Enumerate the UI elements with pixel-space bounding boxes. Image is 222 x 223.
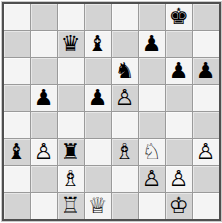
square-h6[interactable]: ♟ (193, 58, 219, 84)
square-a1[interactable] (4, 193, 30, 219)
square-d7[interactable]: ♝ (85, 31, 111, 57)
white-pawn: ♙ (169, 166, 189, 192)
square-g3[interactable] (166, 139, 192, 165)
square-d8[interactable] (85, 4, 111, 30)
white-pawn: ♙ (115, 85, 135, 111)
black-pawn: ♟ (34, 85, 54, 111)
chess-board: ♚♛♝♟♞♟♟♟♟♙♝♙♜♗♘♙♗♙♙♖♕♔ (4, 4, 219, 219)
square-f5[interactable] (139, 85, 165, 111)
square-c3[interactable]: ♜ (58, 139, 84, 165)
square-e8[interactable] (112, 4, 138, 30)
square-h1[interactable] (193, 193, 219, 219)
square-e6[interactable]: ♞ (112, 58, 138, 84)
square-g1[interactable]: ♔ (166, 193, 192, 219)
square-g4[interactable] (166, 112, 192, 138)
square-b6[interactable] (31, 58, 57, 84)
square-c5[interactable] (58, 85, 84, 111)
square-f4[interactable] (139, 112, 165, 138)
square-f6[interactable] (139, 58, 165, 84)
black-pawn: ♟ (196, 58, 216, 84)
black-bishop: ♝ (7, 139, 27, 165)
black-knight: ♞ (115, 58, 135, 84)
white-rook: ♖ (61, 193, 81, 219)
square-a7[interactable] (4, 31, 30, 57)
white-king: ♔ (169, 193, 189, 219)
square-e3[interactable]: ♗ (112, 139, 138, 165)
square-b4[interactable] (31, 112, 57, 138)
square-h7[interactable] (193, 31, 219, 57)
square-g2[interactable]: ♙ (166, 166, 192, 192)
square-b8[interactable] (31, 4, 57, 30)
white-pawn: ♙ (142, 166, 162, 192)
square-f8[interactable] (139, 4, 165, 30)
square-a6[interactable] (4, 58, 30, 84)
square-a3[interactable]: ♝ (4, 139, 30, 165)
square-b1[interactable] (31, 193, 57, 219)
square-a2[interactable] (4, 166, 30, 192)
square-f1[interactable] (139, 193, 165, 219)
square-e1[interactable] (112, 193, 138, 219)
square-f3[interactable]: ♘ (139, 139, 165, 165)
square-a8[interactable] (4, 4, 30, 30)
white-queen: ♕ (88, 193, 108, 219)
square-c7[interactable]: ♛ (58, 31, 84, 57)
square-e5[interactable]: ♙ (112, 85, 138, 111)
square-c8[interactable] (58, 4, 84, 30)
square-b5[interactable]: ♟ (31, 85, 57, 111)
square-b3[interactable]: ♙ (31, 139, 57, 165)
black-queen: ♛ (61, 31, 81, 57)
white-bishop: ♗ (61, 166, 81, 192)
square-g5[interactable] (166, 85, 192, 111)
square-h4[interactable] (193, 112, 219, 138)
square-b2[interactable] (31, 166, 57, 192)
square-g6[interactable]: ♟ (166, 58, 192, 84)
black-king: ♚ (169, 4, 189, 30)
square-e2[interactable] (112, 166, 138, 192)
black-pawn: ♟ (142, 31, 162, 57)
square-h5[interactable] (193, 85, 219, 111)
white-pawn: ♙ (34, 139, 54, 165)
square-c4[interactable] (58, 112, 84, 138)
square-f2[interactable]: ♙ (139, 166, 165, 192)
black-rook: ♜ (61, 139, 81, 165)
square-b7[interactable] (31, 31, 57, 57)
square-c6[interactable] (58, 58, 84, 84)
chess-board-frame: ♚♛♝♟♞♟♟♟♟♙♝♙♜♗♘♙♗♙♙♖♕♔ (2, 2, 221, 221)
square-a4[interactable] (4, 112, 30, 138)
square-d2[interactable] (85, 166, 111, 192)
square-e7[interactable] (112, 31, 138, 57)
square-a5[interactable] (4, 85, 30, 111)
square-g7[interactable] (166, 31, 192, 57)
square-d5[interactable]: ♟ (85, 85, 111, 111)
white-knight: ♘ (142, 139, 162, 165)
square-d4[interactable] (85, 112, 111, 138)
square-h3[interactable]: ♙ (193, 139, 219, 165)
white-bishop: ♗ (115, 139, 135, 165)
square-h2[interactable] (193, 166, 219, 192)
square-d6[interactable] (85, 58, 111, 84)
black-pawn: ♟ (169, 58, 189, 84)
black-bishop: ♝ (88, 31, 108, 57)
square-h8[interactable] (193, 4, 219, 30)
square-f7[interactable]: ♟ (139, 31, 165, 57)
white-pawn: ♙ (196, 139, 216, 165)
square-d3[interactable] (85, 139, 111, 165)
black-pawn: ♟ (88, 85, 108, 111)
square-c2[interactable]: ♗ (58, 166, 84, 192)
square-c1[interactable]: ♖ (58, 193, 84, 219)
square-e4[interactable] (112, 112, 138, 138)
square-d1[interactable]: ♕ (85, 193, 111, 219)
square-g8[interactable]: ♚ (166, 4, 192, 30)
